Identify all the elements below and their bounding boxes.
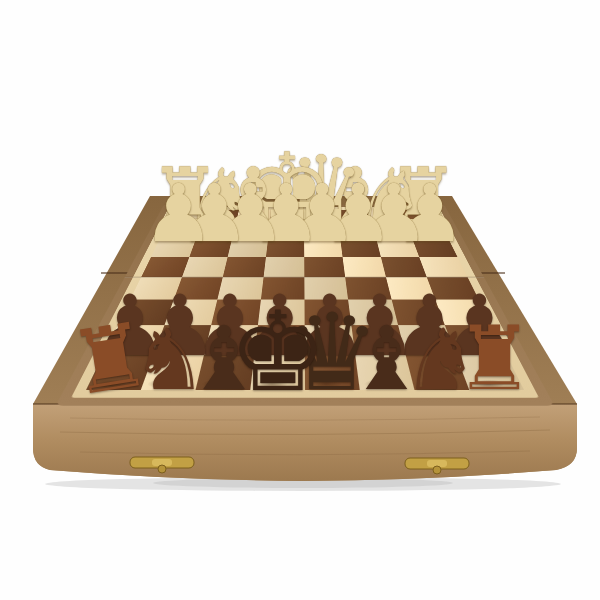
- square-d3: [304, 240, 342, 258]
- square-c3: [340, 240, 381, 258]
- square-g5: [174, 277, 223, 299]
- square-c5: [345, 277, 391, 299]
- square-f4: [223, 257, 266, 277]
- chessboard-grid: [86, 210, 524, 390]
- latch-knob: [158, 465, 166, 473]
- square-f5: [217, 277, 263, 299]
- square-f7: [204, 325, 258, 355]
- square-b2: [373, 224, 413, 240]
- square-e4: [264, 257, 305, 277]
- square-g4: [182, 257, 228, 277]
- square-e5: [261, 277, 305, 299]
- square-c8: [355, 355, 414, 390]
- square-a1: [402, 210, 442, 224]
- latch-knob: [433, 466, 441, 474]
- square-e7: [254, 325, 304, 355]
- square-f1: [236, 210, 272, 224]
- square-e1: [270, 210, 304, 224]
- hinge-seam: [124, 277, 484, 278]
- square-c7: [351, 325, 405, 355]
- square-f8: [196, 355, 255, 390]
- square-g2: [196, 224, 236, 240]
- chess-set-photo: ♜♞♝♛♚♝♞♜♟♟♟♟♟♟♟♟♟♟♟♟♟♟♟♟♜♞♝♛♚♝♞♜: [0, 0, 600, 600]
- square-b1: [369, 210, 407, 224]
- square-c6: [348, 300, 398, 326]
- square-d1: [304, 210, 338, 224]
- square-f2: [232, 224, 270, 240]
- square-d4: [304, 257, 345, 277]
- square-e3: [266, 240, 304, 258]
- square-g1: [201, 210, 239, 224]
- square-f3: [228, 240, 268, 258]
- square-c1: [337, 210, 373, 224]
- square-d2: [304, 224, 340, 240]
- square-h2: [159, 224, 201, 240]
- square-e8: [250, 355, 305, 390]
- square-d7: [305, 325, 356, 355]
- square-c2: [338, 224, 376, 240]
- square-a2: [407, 224, 449, 240]
- square-f6: [211, 300, 261, 326]
- square-g3: [189, 240, 232, 258]
- square-d6: [304, 300, 351, 326]
- square-h1: [167, 210, 206, 224]
- square-e6: [258, 300, 305, 326]
- box-front-face: [33, 404, 577, 481]
- square-g7: [154, 325, 212, 355]
- square-c4: [343, 257, 386, 277]
- square-d5: [304, 277, 348, 299]
- square-g6: [164, 300, 217, 326]
- square-d8: [305, 355, 360, 390]
- square-e2: [268, 224, 304, 240]
